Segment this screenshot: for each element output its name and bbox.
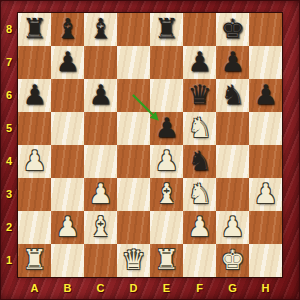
square-h2[interactable]: [249, 211, 282, 244]
square-c2[interactable]: ♝: [84, 211, 117, 244]
square-c6[interactable]: ♟: [84, 79, 117, 112]
rank-label-6: 6: [0, 79, 18, 112]
square-f5[interactable]: ♞: [183, 112, 216, 145]
square-b4[interactable]: [51, 145, 84, 178]
square-c7[interactable]: [84, 46, 117, 79]
piece-white-rook[interactable]: ♜: [22, 243, 46, 276]
chess-board: ♜♝♝♜♚♟♟♟♟♟♛♞♟♟♞♟♟♞♟♝♞♟♟♝♟♟♜♛♜♚: [18, 13, 282, 277]
square-c3[interactable]: ♟: [84, 178, 117, 211]
square-e8[interactable]: ♜: [150, 13, 183, 46]
piece-white-pawn[interactable]: ♟: [220, 210, 244, 243]
square-a4[interactable]: ♟: [18, 145, 51, 178]
piece-black-knight[interactable]: ♞: [220, 78, 244, 111]
square-g2[interactable]: ♟: [216, 211, 249, 244]
square-g5[interactable]: [216, 112, 249, 145]
square-g7[interactable]: ♟: [216, 46, 249, 79]
piece-white-king[interactable]: ♚: [220, 243, 244, 276]
square-a5[interactable]: [18, 112, 51, 145]
rank-label-1: 1: [0, 244, 18, 277]
piece-black-pawn[interactable]: ♟: [220, 45, 244, 78]
square-a7[interactable]: [18, 46, 51, 79]
square-f1[interactable]: [183, 244, 216, 277]
rank-label-7: 7: [0, 46, 18, 79]
square-d4[interactable]: [117, 145, 150, 178]
square-g1[interactable]: ♚: [216, 244, 249, 277]
piece-white-pawn[interactable]: ♟: [55, 210, 79, 243]
piece-black-rook[interactable]: ♜: [22, 12, 46, 45]
square-b2[interactable]: ♟: [51, 211, 84, 244]
square-e6[interactable]: [150, 79, 183, 112]
piece-white-pawn[interactable]: ♟: [22, 144, 46, 177]
square-c1[interactable]: [84, 244, 117, 277]
square-c4[interactable]: [84, 145, 117, 178]
piece-black-rook[interactable]: ♜: [154, 12, 178, 45]
square-a3[interactable]: [18, 178, 51, 211]
file-label-c: C: [84, 278, 117, 300]
piece-black-pawn[interactable]: ♟: [187, 45, 211, 78]
piece-white-rook[interactable]: ♜: [154, 243, 178, 276]
square-f7[interactable]: ♟: [183, 46, 216, 79]
piece-white-bishop[interactable]: ♝: [88, 210, 112, 243]
square-a6[interactable]: ♟: [18, 79, 51, 112]
square-a2[interactable]: [18, 211, 51, 244]
square-d1[interactable]: ♛: [117, 244, 150, 277]
file-label-b: B: [51, 278, 84, 300]
file-label-a: A: [18, 278, 51, 300]
piece-white-bishop[interactable]: ♝: [154, 177, 178, 210]
rank-label-8: 8: [0, 13, 18, 46]
piece-black-pawn[interactable]: ♟: [154, 111, 178, 144]
rank-label-4: 4: [0, 145, 18, 178]
square-h8[interactable]: [249, 13, 282, 46]
piece-white-pawn[interactable]: ♟: [187, 210, 211, 243]
square-b1[interactable]: [51, 244, 84, 277]
square-a1[interactable]: ♜: [18, 244, 51, 277]
piece-black-bishop[interactable]: ♝: [88, 12, 112, 45]
piece-black-king[interactable]: ♚: [220, 12, 244, 45]
piece-black-pawn[interactable]: ♟: [55, 45, 79, 78]
square-b5[interactable]: [51, 112, 84, 145]
piece-white-pawn[interactable]: ♟: [88, 177, 112, 210]
piece-white-knight[interactable]: ♞: [187, 111, 211, 144]
square-b6[interactable]: [51, 79, 84, 112]
square-g3[interactable]: [216, 178, 249, 211]
square-g4[interactable]: [216, 145, 249, 178]
square-f8[interactable]: [183, 13, 216, 46]
piece-black-pawn[interactable]: ♟: [22, 78, 46, 111]
square-d7[interactable]: [117, 46, 150, 79]
square-h7[interactable]: [249, 46, 282, 79]
file-label-d: D: [117, 278, 150, 300]
square-e3[interactable]: ♝: [150, 178, 183, 211]
square-d8[interactable]: [117, 13, 150, 46]
piece-black-knight[interactable]: ♞: [187, 144, 211, 177]
chess-board-frame: ♜♝♝♜♚♟♟♟♟♟♛♞♟♟♞♟♟♞♟♝♞♟♟♝♟♟♜♛♜♚ 87654321A…: [0, 0, 300, 300]
rank-label-3: 3: [0, 178, 18, 211]
file-label-f: F: [183, 278, 216, 300]
square-b8[interactable]: ♝: [51, 13, 84, 46]
square-b3[interactable]: [51, 178, 84, 211]
piece-black-bishop[interactable]: ♝: [55, 12, 79, 45]
square-g8[interactable]: ♚: [216, 13, 249, 46]
square-d5[interactable]: [117, 112, 150, 145]
file-label-g: G: [216, 278, 249, 300]
square-h3[interactable]: ♟: [249, 178, 282, 211]
square-b7[interactable]: ♟: [51, 46, 84, 79]
piece-white-queen[interactable]: ♛: [121, 243, 145, 276]
square-f3[interactable]: ♞: [183, 178, 216, 211]
square-h4[interactable]: [249, 145, 282, 178]
square-d6[interactable]: [117, 79, 150, 112]
square-c5[interactable]: [84, 112, 117, 145]
square-f6[interactable]: ♛: [183, 79, 216, 112]
square-c8[interactable]: ♝: [84, 13, 117, 46]
square-h6[interactable]: ♟: [249, 79, 282, 112]
square-g6[interactable]: ♞: [216, 79, 249, 112]
square-e2[interactable]: [150, 211, 183, 244]
square-e5[interactable]: ♟: [150, 112, 183, 145]
square-e1[interactable]: ♜: [150, 244, 183, 277]
piece-white-pawn[interactable]: ♟: [154, 144, 178, 177]
piece-white-knight[interactable]: ♞: [187, 177, 211, 210]
piece-black-queen[interactable]: ♛: [187, 78, 211, 111]
square-a8[interactable]: ♜: [18, 13, 51, 46]
square-h1[interactable]: [249, 244, 282, 277]
piece-black-pawn[interactable]: ♟: [253, 78, 277, 111]
square-e7[interactable]: [150, 46, 183, 79]
square-d2[interactable]: [117, 211, 150, 244]
rank-label-5: 5: [0, 112, 18, 145]
square-f2[interactable]: ♟: [183, 211, 216, 244]
file-label-e: E: [150, 278, 183, 300]
square-f4[interactable]: ♞: [183, 145, 216, 178]
square-h5[interactable]: [249, 112, 282, 145]
square-e4[interactable]: ♟: [150, 145, 183, 178]
piece-black-pawn[interactable]: ♟: [88, 78, 112, 111]
file-label-h: H: [249, 278, 282, 300]
rank-label-2: 2: [0, 211, 18, 244]
square-d3[interactable]: [117, 178, 150, 211]
piece-white-pawn[interactable]: ♟: [253, 177, 277, 210]
